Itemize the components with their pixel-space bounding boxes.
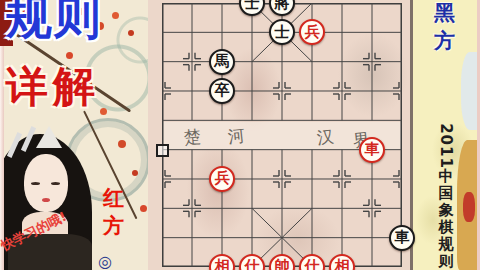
portrait-eye [51,182,60,185]
piece-black-chariot[interactable]: 車 [389,225,415,251]
left-panel: 规则 详解 红 方 快学习的哦! ◎ [0,0,148,270]
book-title-vertical: 2011 中 国 象 棋 规 则 [437,126,455,270]
xiangqi-board[interactable]: 楚河汉界 士將士兵馬卒車兵車相仕帥仕相 [148,0,410,270]
portrait-eye [31,182,40,185]
black-side-label: 黑 方 [434,3,455,52]
black-side-char: 方 [434,31,455,52]
piece-black-soldier[interactable]: 卒 [209,78,235,104]
portrait-crown [36,126,62,148]
blossom [132,170,138,176]
red-side-label: 红 方 [103,188,124,237]
blossom [128,30,134,36]
portrait-face [24,154,68,212]
book-title-char: 棋 [439,220,454,235]
portrait-lips [42,198,50,202]
book-title-char: 象 [439,203,454,218]
watermark-mark: ◎ [98,252,112,270]
book-title-char: 国 [439,186,454,201]
screenshot: 规则 详解 红 方 快学习的哦! ◎ 楚河汉界 士將士兵馬卒車兵車相仕帥仕相 [0,0,480,270]
title-rules: 规则 [6,0,102,49]
red-side-char: 方 [103,216,124,237]
blossom [100,108,107,115]
piece-black-horse[interactable]: 馬 [209,49,235,75]
book-title-char: 则 [439,254,454,269]
book-title-char: 规 [439,237,454,252]
red-side-char: 红 [103,188,124,209]
river-char: 河 [227,124,246,149]
last-move-to-marker [356,134,388,166]
book-title-char: 中 [439,169,454,184]
blossom [66,52,73,59]
title-detail: 详解 [6,59,100,115]
blossom [140,205,147,212]
black-side-char: 黑 [434,3,455,24]
book-title-year: 2011 [425,125,467,167]
blossom [112,12,119,19]
river-char: 楚 [183,125,202,150]
blossom [118,140,126,148]
last-move-from-marker [156,144,169,157]
piece-red-soldier[interactable]: 兵 [209,166,235,192]
right-panel: 黑 方 2011 中 国 象 棋 规 则 [413,0,480,270]
river-char: 汉 [316,125,335,150]
figure-artwork [463,192,475,222]
